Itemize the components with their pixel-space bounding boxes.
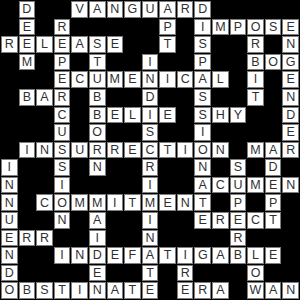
cell-r11c11[interactable]: T (194, 194, 211, 211)
cell-r4c6[interactable]: M (107, 71, 124, 88)
block-r12c6 (107, 212, 124, 229)
cell-r16c6[interactable]: A (107, 282, 124, 299)
cell-r5c11[interactable]: S (194, 89, 211, 106)
block-r12c16 (282, 212, 299, 229)
cell-r10c11[interactable]: A (194, 177, 211, 194)
block-r13c14 (247, 230, 264, 247)
block-r9c2 (36, 159, 53, 176)
cell-r14c12[interactable]: A (212, 247, 229, 264)
cell-r4c5[interactable]: U (89, 71, 106, 88)
block-r0c2 (36, 1, 53, 18)
block-r10c2 (36, 177, 53, 194)
cell-r4c16[interactable]: E (282, 71, 299, 88)
block-r7c13 (230, 124, 247, 141)
block-r2c10 (177, 36, 194, 53)
block-r1c5 (89, 19, 106, 36)
cell-r11c9[interactable]: E (159, 194, 176, 211)
block-r0c3 (54, 1, 71, 18)
cell-r7c5[interactable]: O (89, 124, 106, 141)
cell-r8c4[interactable]: U (71, 142, 88, 159)
cell-r8c8[interactable]: C (142, 142, 159, 159)
block-r16c9 (159, 282, 176, 299)
cell-r9c3[interactable]: S (54, 159, 71, 176)
cell-r11c8[interactable]: M (142, 194, 159, 211)
cell-r13c5[interactable]: I (89, 230, 106, 247)
block-r1c4 (71, 19, 88, 36)
cell-r2c2[interactable]: L (36, 36, 53, 53)
cell-r6c7[interactable]: L (124, 107, 141, 124)
block-r5c7 (124, 89, 141, 106)
cell-r11c2[interactable]: C (36, 194, 53, 211)
block-r16c13 (230, 282, 247, 299)
cell-r8c5[interactable]: R (89, 142, 106, 159)
cell-r2c0[interactable]: R (1, 36, 18, 53)
cell-r8c2[interactable]: N (36, 142, 53, 159)
cell-r5c3[interactable]: R (54, 89, 71, 106)
block-r0c0 (1, 1, 18, 18)
cell-r3c8[interactable]: I (142, 54, 159, 71)
block-r3c0 (1, 54, 18, 71)
cell-r6c16[interactable]: D (282, 107, 299, 124)
block-r2c13 (230, 36, 247, 53)
cell-r0c11[interactable]: D (194, 1, 211, 18)
cell-r7c3[interactable]: U (54, 124, 71, 141)
block-r13c11 (194, 230, 211, 247)
cell-r16c4[interactable]: I (71, 282, 88, 299)
block-r13c6 (107, 230, 124, 247)
cell-r11c4[interactable]: M (71, 194, 88, 211)
cell-r14c3[interactable]: I (54, 247, 71, 264)
block-r12c9 (159, 212, 176, 229)
block-r12c2 (36, 212, 53, 229)
cell-r0c10[interactable]: R (177, 1, 194, 18)
cell-r4c4[interactable]: C (71, 71, 88, 88)
cell-r1c12[interactable]: M (212, 19, 229, 36)
block-r7c10 (177, 124, 194, 141)
cell-r8c7[interactable]: E (124, 142, 141, 159)
block-r9c12 (212, 159, 229, 176)
block-r15c13 (230, 265, 247, 282)
cell-r16c10[interactable]: E (177, 282, 194, 299)
cell-r5c2[interactable]: A (36, 89, 53, 106)
cell-r14c6[interactable]: E (107, 247, 124, 264)
block-r0c13 (230, 1, 247, 18)
cell-r4c14[interactable]: I (247, 71, 264, 88)
cell-r3c11[interactable]: P (194, 54, 211, 71)
block-r2c12 (212, 36, 229, 53)
block-r3c10 (177, 54, 194, 71)
block-r12c1 (19, 212, 36, 229)
block-r3c9 (159, 54, 176, 71)
block-r13c9 (159, 230, 176, 247)
cell-r10c14[interactable]: M (247, 177, 264, 194)
cell-r8c1[interactable]: I (19, 142, 36, 159)
cell-r11c7[interactable]: T (124, 194, 141, 211)
cell-r3c3[interactable]: P (54, 54, 71, 71)
block-r9c10 (177, 159, 194, 176)
cell-r15c5[interactable]: E (89, 265, 106, 282)
cell-r1c13[interactable]: P (230, 19, 247, 36)
block-r10c6 (107, 177, 124, 194)
cell-r7c8[interactable]: S (142, 124, 159, 141)
cell-r13c8[interactable]: N (142, 230, 159, 247)
cell-r12c12[interactable]: R (212, 212, 229, 229)
cell-r14c11[interactable]: G (194, 247, 211, 264)
block-r13c3 (54, 230, 71, 247)
block-r9c9 (159, 159, 176, 176)
block-r5c10 (177, 89, 194, 106)
cell-r13c13[interactable]: R (230, 230, 247, 247)
block-r14c16 (282, 247, 299, 264)
block-r6c10 (177, 107, 194, 124)
block-r1c0 (1, 19, 18, 36)
cell-r16c7[interactable]: T (124, 282, 141, 299)
cell-r10c13[interactable]: U (230, 177, 247, 194)
block-r12c4 (71, 212, 88, 229)
cell-r13c1[interactable]: R (19, 230, 36, 247)
cell-r16c16[interactable]: N (282, 282, 299, 299)
cell-r4c8[interactable]: N (142, 71, 159, 88)
cell-r9c11[interactable]: N (194, 159, 211, 176)
cell-r5c16[interactable]: N (282, 89, 299, 106)
block-r2c7 (124, 36, 141, 53)
block-r6c1 (19, 107, 36, 124)
cell-r4c10[interactable]: C (177, 71, 194, 88)
block-r11c14 (247, 194, 264, 211)
block-r11c12 (212, 194, 229, 211)
cell-r2c9[interactable]: T (159, 36, 176, 53)
block-r10c5 (89, 177, 106, 194)
cell-r16c5[interactable]: N (89, 282, 106, 299)
block-r13c15 (265, 230, 282, 247)
cell-r6c12[interactable]: H (212, 107, 229, 124)
cell-r4c11[interactable]: A (194, 71, 211, 88)
block-r4c2 (36, 71, 53, 88)
block-r14c1 (19, 247, 36, 264)
cell-r6c5[interactable]: B (89, 107, 106, 124)
cell-r14c14[interactable]: L (247, 247, 264, 264)
block-r9c14 (247, 159, 264, 176)
cell-r4c12[interactable]: L (212, 71, 229, 88)
cell-r4c7[interactable]: E (124, 71, 141, 88)
block-r5c0 (1, 89, 18, 106)
cell-r12c0[interactable]: U (1, 212, 18, 229)
cell-r0c5[interactable]: A (89, 1, 106, 18)
block-r10c1 (19, 177, 36, 194)
cell-r5c5[interactable]: B (89, 89, 106, 106)
block-r4c0 (1, 71, 18, 88)
cell-r9c0[interactable]: I (1, 159, 18, 176)
block-r7c4 (71, 124, 88, 141)
cell-r2c14[interactable]: R (247, 36, 264, 53)
block-r10c7 (124, 177, 141, 194)
cell-r14c15[interactable]: E (265, 247, 282, 264)
block-r5c12 (212, 89, 229, 106)
block-r4c1 (19, 71, 36, 88)
cell-r15c10[interactable]: R (177, 265, 194, 282)
cell-r16c14[interactable]: W (247, 282, 264, 299)
cell-r11c10[interactable]: N (177, 194, 194, 211)
block-r7c0 (1, 124, 18, 141)
cell-r10c15[interactable]: E (265, 177, 282, 194)
cell-r13c0[interactable]: E (1, 230, 18, 247)
block-r9c16 (282, 159, 299, 176)
block-r13c12 (212, 230, 229, 247)
block-r15c11 (194, 265, 211, 282)
cell-r0c8[interactable]: U (142, 1, 159, 18)
block-r8c0 (1, 142, 18, 159)
cell-r0c9[interactable]: A (159, 1, 176, 18)
block-r14c2 (36, 247, 53, 264)
block-r7c1 (19, 124, 36, 141)
cell-r1c11[interactable]: I (194, 19, 211, 36)
cell-r0c4[interactable]: V (71, 1, 88, 18)
cell-r5c14[interactable]: T (247, 89, 264, 106)
block-r6c0 (1, 107, 18, 124)
cell-r16c3[interactable]: T (54, 282, 71, 299)
block-r12c7 (124, 212, 141, 229)
cell-r16c11[interactable]: R (194, 282, 211, 299)
cell-r16c1[interactable]: B (19, 282, 36, 299)
block-r15c12 (212, 265, 229, 282)
block-r6c14 (247, 107, 264, 124)
block-r5c6 (107, 89, 124, 106)
cell-r0c1[interactable]: D (19, 1, 36, 18)
cell-r1c9[interactable]: P (159, 19, 176, 36)
block-r6c15 (265, 107, 282, 124)
cell-r2c16[interactable]: N (282, 36, 299, 53)
cell-r1c15[interactable]: S (265, 19, 282, 36)
cell-r2c5[interactable]: S (89, 36, 106, 53)
block-r4c15 (265, 71, 282, 88)
block-r8c13 (230, 142, 247, 159)
block-r10c9 (159, 177, 176, 194)
block-r15c6 (107, 265, 124, 282)
cell-r9c8[interactable]: R (142, 159, 159, 176)
block-r3c7 (124, 54, 141, 71)
cell-r0c7[interactable]: G (124, 1, 141, 18)
cell-r5c1[interactable]: B (19, 89, 36, 106)
block-r15c1 (19, 265, 36, 282)
block-r7c15 (265, 124, 282, 141)
block-r1c7 (124, 19, 141, 36)
block-r1c2 (36, 19, 53, 36)
block-r9c6 (107, 159, 124, 176)
block-r7c6 (107, 124, 124, 141)
block-r15c7 (124, 265, 141, 282)
block-r3c13 (230, 54, 247, 71)
block-r1c10 (177, 19, 194, 36)
cell-r14c7[interactable]: F (124, 247, 141, 264)
cell-r9c15[interactable]: D (265, 159, 282, 176)
cell-r12c3[interactable]: N (54, 212, 71, 229)
block-r13c4 (71, 230, 88, 247)
cell-r6c9[interactable]: E (159, 107, 176, 124)
cell-r12c15[interactable]: T (265, 212, 282, 229)
cell-r12c11[interactable]: E (194, 212, 211, 229)
block-r6c2 (36, 107, 53, 124)
cell-r10c12[interactable]: C (212, 177, 229, 194)
cell-r9c5[interactable]: N (89, 159, 106, 176)
cell-r11c15[interactable]: P (265, 194, 282, 211)
block-r7c9 (159, 124, 176, 141)
cell-r1c1[interactable]: E (19, 19, 36, 36)
crossword-grid: DVANGUARDERPIMPOSERELEASETSRNMPTIPBOGECU… (0, 0, 300, 300)
cell-r2c1[interactable]: E (19, 36, 36, 53)
cell-r1c3[interactable]: R (54, 19, 71, 36)
cell-r3c15[interactable]: O (265, 54, 282, 71)
block-r10c10 (177, 177, 194, 194)
block-r13c16 (282, 230, 299, 247)
cell-r6c6[interactable]: E (107, 107, 124, 124)
cell-r8c6[interactable]: R (107, 142, 124, 159)
cell-r15c14[interactable]: O (247, 265, 264, 282)
block-r15c2 (36, 265, 53, 282)
block-r4c13 (230, 71, 247, 88)
cell-r12c14[interactable]: C (247, 212, 264, 229)
cell-r8c3[interactable]: S (54, 142, 71, 159)
cell-r7c11[interactable]: I (194, 124, 211, 141)
cell-r15c0[interactable]: D (1, 265, 18, 282)
cell-r8c12[interactable]: N (212, 142, 229, 159)
cell-r16c15[interactable]: A (265, 282, 282, 299)
cell-r4c3[interactable]: E (54, 71, 71, 88)
block-r11c16 (282, 194, 299, 211)
cell-r8c15[interactable]: A (265, 142, 282, 159)
cell-r14c9[interactable]: T (159, 247, 176, 264)
block-r5c9 (159, 89, 176, 106)
cell-r3c5[interactable]: T (89, 54, 106, 71)
block-r3c4 (71, 54, 88, 71)
cell-r10c8[interactable]: I (142, 177, 159, 194)
cell-r3c16[interactable]: G (282, 54, 299, 71)
cell-r2c3[interactable]: E (54, 36, 71, 53)
block-r15c9 (159, 265, 176, 282)
block-r10c4 (71, 177, 88, 194)
block-r9c7 (124, 159, 141, 176)
cell-r6c8[interactable]: I (142, 107, 159, 124)
block-r0c16 (282, 1, 299, 18)
block-r0c14 (247, 1, 264, 18)
cell-r3c14[interactable]: B (247, 54, 264, 71)
cell-r16c8[interactable]: E (142, 282, 159, 299)
block-r0c12 (212, 1, 229, 18)
cell-r2c11[interactable]: S (194, 36, 211, 53)
cell-r14c0[interactable]: N (1, 247, 18, 264)
block-r7c12 (212, 124, 229, 141)
cell-r5c8[interactable]: D (142, 89, 159, 106)
cell-r12c8[interactable]: I (142, 212, 159, 229)
cell-r7c16[interactable]: E (282, 124, 299, 141)
block-r1c6 (107, 19, 124, 36)
cell-r16c12[interactable]: A (212, 282, 229, 299)
cell-r10c3[interactable]: I (54, 177, 71, 194)
block-r15c15 (265, 265, 282, 282)
cell-r8c14[interactable]: M (247, 142, 264, 159)
block-r2c15 (265, 36, 282, 53)
cell-r11c3[interactable]: O (54, 194, 71, 211)
cell-r6c11[interactable]: S (194, 107, 211, 124)
cell-r6c3[interactable]: C (54, 107, 71, 124)
block-r9c1 (19, 159, 36, 176)
cell-r2c6[interactable]: E (107, 36, 124, 53)
block-r3c2 (36, 54, 53, 71)
block-r5c4 (71, 89, 88, 106)
block-r9c4 (71, 159, 88, 176)
block-r5c15 (265, 89, 282, 106)
block-r7c7 (124, 124, 141, 141)
cell-r0c6[interactable]: N (107, 1, 124, 18)
cell-r10c0[interactable]: N (1, 177, 18, 194)
cell-r14c4[interactable]: N (71, 247, 88, 264)
cell-r2c4[interactable]: A (71, 36, 88, 53)
cell-r11c5[interactable]: M (89, 194, 106, 211)
block-r12c10 (177, 212, 194, 229)
block-r15c4 (71, 265, 88, 282)
cell-r9c13[interactable]: S (230, 159, 247, 176)
cell-r15c8[interactable]: T (142, 265, 159, 282)
cell-r3c1[interactable]: M (19, 54, 36, 71)
cell-r1c14[interactable]: O (247, 19, 264, 36)
block-r15c3 (54, 265, 71, 282)
cell-r16c0[interactable]: O (1, 282, 18, 299)
cell-r12c13[interactable]: E (230, 212, 247, 229)
cell-r14c5[interactable]: D (89, 247, 106, 264)
block-r13c10 (177, 230, 194, 247)
cell-r6c13[interactable]: Y (230, 107, 247, 124)
cell-r8c9[interactable]: T (159, 142, 176, 159)
block-r5c13 (230, 89, 247, 106)
block-r1c8 (142, 19, 159, 36)
block-r3c6 (107, 54, 124, 71)
cell-r14c13[interactable]: B (230, 247, 247, 264)
block-r6c4 (71, 107, 88, 124)
cell-r11c0[interactable]: N (1, 194, 18, 211)
block-r7c14 (247, 124, 264, 141)
block-r15c16 (282, 265, 299, 282)
block-r7c2 (36, 124, 53, 141)
block-r2c8 (142, 36, 159, 53)
cell-r14c10[interactable]: I (177, 247, 194, 264)
cell-r14c8[interactable]: A (142, 247, 159, 264)
cell-r11c13[interactable]: P (230, 194, 247, 211)
cell-r8c16[interactable]: R (282, 142, 299, 159)
cell-r11c6[interactable]: I (107, 194, 124, 211)
cell-r1c16[interactable]: E (282, 19, 299, 36)
cell-r8c11[interactable]: O (194, 142, 211, 159)
cell-r8c10[interactable]: I (177, 142, 194, 159)
cell-r10c16[interactable]: N (282, 177, 299, 194)
block-r13c7 (124, 230, 141, 247)
cell-r13c2[interactable]: R (36, 230, 53, 247)
cell-r16c2[interactable]: S (36, 282, 53, 299)
cell-r4c9[interactable]: I (159, 71, 176, 88)
block-r3c12 (212, 54, 229, 71)
block-r11c1 (19, 194, 36, 211)
block-r0c15 (265, 1, 282, 18)
cell-r12c5[interactable]: A (89, 212, 106, 229)
